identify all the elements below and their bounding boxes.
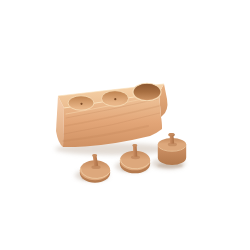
product-photo	[0, 0, 250, 250]
knob-top	[92, 154, 97, 157]
knob-top	[169, 133, 174, 135]
knob-stem	[133, 145, 137, 157]
socket-center-dot	[80, 103, 82, 105]
socket-center-dot	[114, 98, 116, 100]
scene-canvas	[0, 0, 250, 250]
socket-deep	[133, 83, 161, 101]
socket-shallow	[68, 96, 94, 110]
knob-top	[132, 144, 137, 147]
socket-medium	[102, 91, 129, 107]
